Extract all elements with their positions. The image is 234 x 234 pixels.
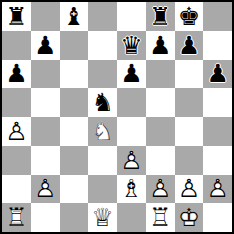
white-piece-outline-layer: ♙ <box>117 146 146 175</box>
square-c1[interactable] <box>60 203 89 232</box>
square-f4[interactable] <box>146 117 175 146</box>
black-piece-fill-layer: ♛ <box>117 31 146 60</box>
black-piece-fill-layer: ♟ <box>2 60 31 89</box>
white-knight-d4: ♞♘ <box>88 117 117 146</box>
black-piece-fill-layer: ♞ <box>88 88 117 117</box>
black-pawn-e6: ♟ <box>117 60 146 89</box>
square-e7[interactable]: ♛ <box>117 31 146 60</box>
white-king-g1: ♚♔ <box>175 203 204 232</box>
black-piece-fill-layer: ♜ <box>146 2 175 31</box>
square-h3[interactable] <box>203 146 232 175</box>
white-piece-outline-layer: ♙ <box>146 175 175 204</box>
square-b7[interactable]: ♟ <box>31 31 60 60</box>
white-piece-outline-layer: ♖ <box>2 203 31 232</box>
square-g2[interactable]: ♟♙ <box>175 175 204 204</box>
square-g3[interactable] <box>175 146 204 175</box>
square-e4[interactable] <box>117 117 146 146</box>
square-f6[interactable] <box>146 60 175 89</box>
square-d6[interactable] <box>88 60 117 89</box>
square-c5[interactable] <box>60 88 89 117</box>
white-bishop-e2: ♝♗ <box>117 175 146 204</box>
square-d3[interactable] <box>88 146 117 175</box>
square-b1[interactable] <box>31 203 60 232</box>
black-pawn-b7: ♟ <box>31 31 60 60</box>
square-b5[interactable] <box>31 88 60 117</box>
square-d4[interactable]: ♞♘ <box>88 117 117 146</box>
white-pawn-g2: ♟♙ <box>175 175 204 204</box>
black-pawn-h6: ♟ <box>203 60 232 89</box>
black-pawn-f7: ♟ <box>146 31 175 60</box>
square-g1[interactable]: ♚♔ <box>175 203 204 232</box>
chess-diagram: ♜♝♜♚♟♛♟♟♟♟♟♞♟♙♞♘♟♙♟♙♝♗♟♙♟♙♟♙♜♖♛♕♜♖♚♔ <box>0 0 234 234</box>
white-piece-outline-layer: ♙ <box>203 175 232 204</box>
black-piece-fill-layer: ♟ <box>175 31 204 60</box>
square-c8[interactable]: ♝ <box>60 2 89 31</box>
black-pawn-a6: ♟ <box>2 60 31 89</box>
square-f8[interactable]: ♜ <box>146 2 175 31</box>
square-c2[interactable] <box>60 175 89 204</box>
square-b3[interactable] <box>31 146 60 175</box>
square-e5[interactable] <box>117 88 146 117</box>
square-a3[interactable] <box>2 146 31 175</box>
black-king-g8: ♚ <box>175 2 204 31</box>
square-a2[interactable] <box>2 175 31 204</box>
square-f7[interactable]: ♟ <box>146 31 175 60</box>
square-h6[interactable]: ♟ <box>203 60 232 89</box>
square-h7[interactable] <box>203 31 232 60</box>
square-g8[interactable]: ♚ <box>175 2 204 31</box>
white-piece-outline-layer: ♙ <box>31 175 60 204</box>
square-a1[interactable]: ♜♖ <box>2 203 31 232</box>
square-d8[interactable] <box>88 2 117 31</box>
square-e3[interactable]: ♟♙ <box>117 146 146 175</box>
square-h5[interactable] <box>203 88 232 117</box>
square-e6[interactable]: ♟ <box>117 60 146 89</box>
square-a5[interactable] <box>2 88 31 117</box>
black-piece-fill-layer: ♜ <box>2 2 31 31</box>
black-knight-d5: ♞ <box>88 88 117 117</box>
square-g7[interactable]: ♟ <box>175 31 204 60</box>
black-bishop-c8: ♝ <box>60 2 89 31</box>
square-d5[interactable]: ♞ <box>88 88 117 117</box>
square-f2[interactable]: ♟♙ <box>146 175 175 204</box>
square-h4[interactable] <box>203 117 232 146</box>
square-h1[interactable] <box>203 203 232 232</box>
white-rook-f1: ♜♖ <box>146 203 175 232</box>
white-pawn-b2: ♟♙ <box>31 175 60 204</box>
square-f5[interactable] <box>146 88 175 117</box>
black-piece-fill-layer: ♟ <box>117 60 146 89</box>
white-piece-outline-layer: ♔ <box>175 203 204 232</box>
square-c3[interactable] <box>60 146 89 175</box>
square-c4[interactable] <box>60 117 89 146</box>
square-d7[interactable] <box>88 31 117 60</box>
square-h2[interactable]: ♟♙ <box>203 175 232 204</box>
black-piece-fill-layer: ♚ <box>175 2 204 31</box>
white-queen-d1: ♛♕ <box>88 203 117 232</box>
black-queen-e7: ♛ <box>117 31 146 60</box>
white-pawn-e3: ♟♙ <box>117 146 146 175</box>
square-a7[interactable] <box>2 31 31 60</box>
black-piece-fill-layer: ♟ <box>203 60 232 89</box>
white-piece-outline-layer: ♘ <box>88 117 117 146</box>
square-b8[interactable] <box>31 2 60 31</box>
square-b6[interactable] <box>31 60 60 89</box>
black-piece-fill-layer: ♟ <box>31 31 60 60</box>
black-rook-a8: ♜ <box>2 2 31 31</box>
white-piece-outline-layer: ♕ <box>88 203 117 232</box>
black-rook-f8: ♜ <box>146 2 175 31</box>
white-pawn-a4: ♟♙ <box>2 117 31 146</box>
square-f3[interactable] <box>146 146 175 175</box>
white-piece-outline-layer: ♖ <box>146 203 175 232</box>
square-e2[interactable]: ♝♗ <box>117 175 146 204</box>
chess-board: ♜♝♜♚♟♛♟♟♟♟♟♞♟♙♞♘♟♙♟♙♝♗♟♙♟♙♟♙♜♖♛♕♜♖♚♔ <box>0 0 234 234</box>
white-rook-a1: ♜♖ <box>2 203 31 232</box>
square-h8[interactable] <box>203 2 232 31</box>
square-a4[interactable]: ♟♙ <box>2 117 31 146</box>
square-e8[interactable] <box>117 2 146 31</box>
square-d1[interactable]: ♛♕ <box>88 203 117 232</box>
square-e1[interactable] <box>117 203 146 232</box>
square-f1[interactable]: ♜♖ <box>146 203 175 232</box>
square-c6[interactable] <box>60 60 89 89</box>
white-piece-outline-layer: ♗ <box>117 175 146 204</box>
square-a6[interactable]: ♟ <box>2 60 31 89</box>
square-b4[interactable] <box>31 117 60 146</box>
square-g6[interactable] <box>175 60 204 89</box>
white-piece-outline-layer: ♙ <box>175 175 204 204</box>
square-g5[interactable] <box>175 88 204 117</box>
black-piece-fill-layer: ♝ <box>60 2 89 31</box>
square-c7[interactable] <box>60 31 89 60</box>
black-piece-fill-layer: ♟ <box>146 31 175 60</box>
white-pawn-f2: ♟♙ <box>146 175 175 204</box>
white-pawn-h2: ♟♙ <box>203 175 232 204</box>
square-g4[interactable] <box>175 117 204 146</box>
square-b2[interactable]: ♟♙ <box>31 175 60 204</box>
black-pawn-g7: ♟ <box>175 31 204 60</box>
white-piece-outline-layer: ♙ <box>2 117 31 146</box>
square-d2[interactable] <box>88 175 117 204</box>
square-a8[interactable]: ♜ <box>2 2 31 31</box>
